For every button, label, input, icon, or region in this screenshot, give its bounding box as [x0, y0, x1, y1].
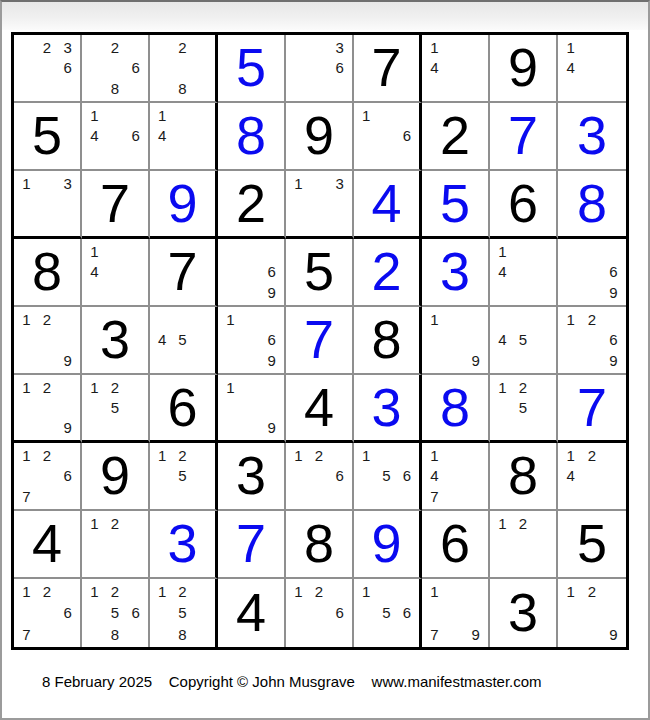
given-digit: 8 — [508, 448, 538, 502]
cell-r4c7[interactable]: 3 — [422, 239, 490, 307]
pencil-mark-5 — [105, 58, 126, 79]
pencil-mark-7 — [424, 78, 445, 99]
pencil-mark-8 — [376, 486, 396, 507]
pencil-mark-3 — [533, 241, 554, 262]
pencil-mark-9: 9 — [261, 350, 282, 371]
pencil-mark-8 — [309, 78, 330, 99]
pencil-mark-4 — [560, 262, 581, 283]
pencil-mark-4 — [220, 330, 241, 351]
pencil-mark-1: 1 — [492, 513, 513, 534]
pencil-mark-4 — [288, 602, 309, 623]
pencil-mark-9: 9 — [57, 418, 78, 438]
pencil-marks: 126 — [288, 445, 350, 507]
pencil-mark-2 — [376, 581, 396, 602]
pencil-mark-1: 1 — [16, 309, 37, 330]
pencil-mark-1: 1 — [288, 581, 309, 602]
pencil-mark-9 — [125, 146, 146, 167]
cell-r9c8[interactable]: 3 — [490, 579, 558, 647]
cell-r4c6[interactable]: 2 — [354, 239, 422, 307]
given-digit: 3 — [100, 312, 130, 366]
pencil-mark-2: 2 — [37, 309, 58, 330]
pencil-mark-6: 6 — [125, 58, 146, 79]
cell-r2c5[interactable]: 9 — [286, 103, 354, 171]
cell-r1c5[interactable]: 36 — [286, 35, 354, 103]
pencil-mark-6: 6 — [603, 330, 624, 351]
pencil-mark-6 — [465, 58, 486, 79]
cell-r1c2[interactable]: 268 — [82, 35, 150, 103]
pencil-mark-2: 2 — [37, 377, 58, 397]
pencil-mark-5 — [445, 58, 466, 79]
pencil-mark-1: 1 — [84, 513, 105, 534]
cell-r2c9[interactable]: 3 — [558, 103, 626, 171]
pencil-mark-5 — [581, 262, 602, 283]
cell-r3c3[interactable]: 9 — [150, 171, 218, 239]
pencil-mark-2 — [376, 445, 396, 466]
cell-r2c1[interactable]: 5 — [14, 103, 82, 171]
cell-r2c3[interactable]: 14 — [150, 103, 218, 171]
cell-r3c2[interactable]: 7 — [82, 171, 150, 239]
pencil-mark-9 — [329, 78, 350, 99]
pencil-marks: 36 — [288, 37, 350, 99]
footer-text: 8 February 2025 Copyright © John Musgrav… — [42, 673, 542, 690]
pencil-mark-2 — [513, 241, 534, 262]
cell-r1c1[interactable]: 236 — [14, 35, 82, 103]
pencil-mark-5 — [37, 330, 58, 351]
pencil-mark-5: 5 — [172, 466, 192, 487]
pencil-mark-8 — [376, 624, 396, 645]
pencil-mark-9 — [193, 486, 213, 507]
pencil-marks: 12 — [84, 513, 146, 575]
pencil-mark-1: 1 — [220, 309, 241, 330]
pencil-mark-1: 1 — [152, 581, 172, 602]
pencil-mark-9 — [533, 350, 554, 371]
cell-r5c8[interactable]: 45 — [490, 307, 558, 375]
pencil-mark-3 — [603, 445, 624, 466]
pencil-marks: 69 — [220, 241, 282, 303]
pencil-mark-2 — [445, 581, 466, 602]
pencil-mark-4 — [356, 602, 376, 623]
pencil-mark-1: 1 — [560, 445, 581, 466]
cell-r8c7[interactable]: 6 — [422, 511, 490, 579]
cell-r7c5[interactable]: 126 — [286, 443, 354, 511]
cell-r7c4[interactable]: 3 — [218, 443, 286, 511]
pencil-mark-6 — [57, 193, 78, 213]
pencil-mark-6: 6 — [57, 602, 78, 623]
cell-r6c5[interactable]: 4 — [286, 375, 354, 443]
pencil-mark-5 — [581, 58, 602, 79]
cell-r5c9[interactable]: 1269 — [558, 307, 626, 375]
pencil-mark-7 — [16, 214, 37, 234]
pencil-mark-3 — [533, 377, 554, 397]
pencil-mark-2 — [445, 37, 466, 58]
pencil-mark-1: 1 — [84, 105, 105, 126]
sudoku-grid: 2362682853671491451461489162731379213456… — [11, 32, 629, 650]
given-digit: 9 — [304, 108, 334, 162]
cell-r9c6[interactable]: 156 — [354, 579, 422, 647]
cell-r5c1[interactable]: 129 — [14, 307, 82, 375]
cell-r5c3[interactable]: 45 — [150, 307, 218, 375]
pencil-mark-7 — [220, 418, 241, 438]
pencil-mark-6 — [603, 58, 624, 79]
pencil-mark-3 — [125, 377, 146, 397]
cell-r1c4[interactable]: 5 — [218, 35, 286, 103]
solved-digit: 8 — [577, 176, 607, 230]
cell-r3c7[interactable]: 5 — [422, 171, 490, 239]
cell-r6c1[interactable]: 129 — [14, 375, 82, 443]
pencil-mark-2 — [172, 309, 192, 330]
pencil-mark-8 — [309, 214, 330, 234]
pencil-mark-1: 1 — [560, 37, 581, 58]
pencil-mark-6 — [465, 602, 486, 623]
pencil-mark-3 — [603, 37, 624, 58]
pencil-mark-9 — [603, 78, 624, 99]
pencil-mark-7 — [152, 486, 172, 507]
pencil-mark-8 — [513, 350, 534, 371]
pencil-mark-9 — [57, 486, 78, 507]
cell-r6c6[interactable]: 3 — [354, 375, 422, 443]
pencil-mark-5 — [105, 126, 126, 147]
cell-r1c6[interactable]: 7 — [354, 35, 422, 103]
cell-r7c9[interactable]: 124 — [558, 443, 626, 511]
cell-r4c1[interactable]: 8 — [14, 239, 82, 307]
pencil-mark-1: 1 — [16, 173, 37, 193]
cell-r1c3[interactable]: 28 — [150, 35, 218, 103]
cell-r4c3[interactable]: 7 — [150, 239, 218, 307]
solved-digit: 3 — [577, 108, 607, 162]
pencil-mark-1: 1 — [288, 173, 309, 193]
cell-r2c7[interactable]: 2 — [422, 103, 490, 171]
cell-r6c3[interactable]: 6 — [150, 375, 218, 443]
cell-r4c5[interactable]: 5 — [286, 239, 354, 307]
pencil-mark-9 — [57, 78, 78, 99]
pencil-mark-3: 3 — [329, 37, 350, 58]
pencil-mark-4 — [220, 397, 241, 417]
pencil-mark-3 — [465, 309, 486, 330]
pencil-mark-6: 6 — [57, 58, 78, 79]
pencil-mark-3 — [603, 309, 624, 330]
cell-r3c9[interactable]: 8 — [558, 171, 626, 239]
pencil-mark-2 — [309, 37, 330, 58]
cell-r8c6[interactable]: 9 — [354, 511, 422, 579]
pencil-mark-2: 2 — [105, 37, 126, 58]
pencil-mark-3 — [125, 581, 146, 602]
pencil-mark-5 — [105, 534, 126, 555]
cell-r6c9[interactable]: 7 — [558, 375, 626, 443]
cell-r3c8[interactable]: 6 — [490, 171, 558, 239]
given-digit: 9 — [508, 40, 538, 94]
pencil-mark-7 — [152, 350, 172, 371]
pencil-mark-2: 2 — [37, 37, 58, 58]
pencil-mark-2: 2 — [309, 581, 330, 602]
pencil-mark-2: 2 — [105, 377, 126, 397]
pencil-mark-5 — [445, 330, 466, 351]
pencil-marks: 129 — [16, 377, 78, 438]
pencil-mark-6: 6 — [125, 126, 146, 147]
pencil-marks: 169 — [220, 309, 282, 371]
cell-r6c8[interactable]: 125 — [490, 375, 558, 443]
cell-r1c8[interactable]: 9 — [490, 35, 558, 103]
solved-digit: 2 — [371, 244, 401, 298]
pencil-mark-2 — [376, 105, 396, 126]
pencil-marks: 14 — [152, 105, 213, 167]
pencil-mark-4 — [152, 58, 172, 79]
pencil-marks: 14 — [424, 37, 486, 99]
given-digit: 4 — [236, 585, 266, 639]
pencil-mark-3 — [57, 309, 78, 330]
pencil-mark-2: 2 — [513, 377, 534, 397]
pencil-mark-8: 8 — [172, 624, 192, 645]
pencil-mark-7 — [220, 282, 241, 303]
pencil-marks: 45 — [492, 309, 554, 371]
pencil-mark-4: 4 — [84, 262, 105, 283]
pencil-mark-6 — [193, 602, 213, 623]
cell-r8c1[interactable]: 4 — [14, 511, 82, 579]
pencil-mark-8 — [241, 350, 262, 371]
cell-r2c2[interactable]: 146 — [82, 103, 150, 171]
cell-r2c4[interactable]: 8 — [218, 103, 286, 171]
pencil-mark-5: 5 — [105, 602, 126, 623]
cell-r7c2[interactable]: 9 — [82, 443, 150, 511]
pencil-mark-7 — [288, 78, 309, 99]
pencil-marks: 1258 — [152, 581, 213, 645]
pencil-mark-8: 8 — [105, 78, 126, 99]
cell-r7c8[interactable]: 8 — [490, 443, 558, 511]
cell-r5c6[interactable]: 8 — [354, 307, 422, 375]
pencil-mark-5 — [309, 193, 330, 213]
pencil-mark-1: 1 — [84, 377, 105, 397]
pencil-mark-3 — [125, 105, 146, 126]
pencil-mark-3 — [261, 309, 282, 330]
pencil-mark-4 — [492, 397, 513, 417]
pencil-mark-7 — [84, 146, 105, 167]
pencil-mark-5 — [172, 58, 192, 79]
pencil-mark-6: 6 — [261, 262, 282, 283]
pencil-marks: 125 — [152, 445, 213, 507]
pencil-mark-9 — [125, 78, 146, 99]
cell-r8c3[interactable]: 3 — [150, 511, 218, 579]
solved-digit: 3 — [371, 380, 401, 434]
pencil-mark-4 — [288, 466, 309, 487]
pencil-mark-7 — [84, 78, 105, 99]
pencil-mark-1: 1 — [16, 445, 37, 466]
pencil-mark-6 — [193, 330, 213, 351]
pencil-mark-4 — [424, 602, 445, 623]
cell-r7c6[interactable]: 156 — [354, 443, 422, 511]
solved-digit: 7 — [577, 380, 607, 434]
pencil-mark-8 — [172, 350, 192, 371]
pencil-marks: 16 — [356, 105, 417, 167]
pencil-mark-6 — [603, 466, 624, 487]
cell-r9c1[interactable]: 1267 — [14, 579, 82, 647]
given-digit: 3 — [236, 448, 266, 502]
pencil-mark-5: 5 — [105, 397, 126, 417]
pencil-mark-2 — [581, 241, 602, 262]
pencil-mark-9: 9 — [261, 418, 282, 438]
pencil-mark-6: 6 — [603, 262, 624, 283]
pencil-mark-7 — [288, 486, 309, 507]
solved-digit: 7 — [236, 516, 266, 570]
cell-r1c9[interactable]: 14 — [558, 35, 626, 103]
pencil-mark-5: 5 — [172, 602, 192, 623]
cell-r3c4[interactable]: 2 — [218, 171, 286, 239]
cell-r8c8[interactable]: 12 — [490, 511, 558, 579]
cell-r4c2[interactable]: 14 — [82, 239, 150, 307]
pencil-marks: 268 — [84, 37, 146, 99]
pencil-mark-1: 1 — [356, 445, 376, 466]
pencil-mark-8 — [37, 78, 58, 99]
pencil-mark-1: 1 — [356, 581, 376, 602]
cell-r6c7[interactable]: 8 — [422, 375, 490, 443]
pencil-mark-8 — [172, 146, 192, 167]
cell-r9c7[interactable]: 179 — [422, 579, 490, 647]
pencil-mark-7 — [16, 418, 37, 438]
cell-r3c5[interactable]: 13 — [286, 171, 354, 239]
cell-r7c3[interactable]: 125 — [150, 443, 218, 511]
pencil-mark-4 — [152, 466, 172, 487]
pencil-mark-2 — [241, 377, 262, 397]
pencil-mark-6 — [533, 330, 554, 351]
pencil-mark-6 — [193, 58, 213, 79]
pencil-mark-9 — [193, 624, 213, 645]
pencil-mark-3 — [465, 37, 486, 58]
pencil-marks: 125 — [492, 377, 554, 438]
pencil-mark-6: 6 — [397, 126, 417, 147]
pencil-mark-3 — [603, 581, 624, 602]
pencil-mark-4: 4 — [152, 330, 172, 351]
cell-r6c4[interactable]: 19 — [218, 375, 286, 443]
pencil-mark-4 — [16, 58, 37, 79]
pencil-mark-5 — [37, 193, 58, 213]
pencil-mark-4: 4 — [152, 126, 172, 147]
pencil-marks: 126 — [288, 581, 350, 645]
pencil-mark-7 — [288, 624, 309, 645]
cell-r2c8[interactable]: 7 — [490, 103, 558, 171]
pencil-mark-7 — [84, 418, 105, 438]
pencil-mark-6: 6 — [329, 58, 350, 79]
cell-r3c1[interactable]: 13 — [14, 171, 82, 239]
cell-r6c2[interactable]: 125 — [82, 375, 150, 443]
pencil-mark-9: 9 — [603, 624, 624, 645]
cell-r5c2[interactable]: 3 — [82, 307, 150, 375]
cell-r9c3[interactable]: 1258 — [150, 579, 218, 647]
pencil-mark-5 — [37, 466, 58, 487]
title-bar[interactable] — [2, 2, 648, 30]
pencil-mark-2: 2 — [105, 581, 126, 602]
cell-r8c9[interactable]: 5 — [558, 511, 626, 579]
cell-r1c7[interactable]: 14 — [422, 35, 490, 103]
cell-r3c6[interactable]: 4 — [354, 171, 422, 239]
pencil-mark-6: 6 — [329, 466, 350, 487]
cell-r7c1[interactable]: 1267 — [14, 443, 82, 511]
pencil-mark-1: 1 — [492, 377, 513, 397]
pencil-mark-8 — [37, 418, 58, 438]
pencil-mark-9 — [397, 146, 417, 167]
pencil-mark-9 — [193, 350, 213, 371]
pencil-mark-4 — [84, 58, 105, 79]
pencil-mark-7 — [84, 624, 105, 645]
pencil-mark-3 — [533, 309, 554, 330]
pencil-mark-6 — [533, 534, 554, 555]
solved-digit: 8 — [440, 380, 470, 434]
pencil-mark-8 — [241, 282, 262, 303]
cell-r8c5[interactable]: 8 — [286, 511, 354, 579]
pencil-mark-1: 1 — [424, 445, 445, 466]
pencil-mark-3 — [397, 445, 417, 466]
pencil-mark-3 — [329, 445, 350, 466]
pencil-marks: 12 — [492, 513, 554, 575]
solved-digit: 7 — [508, 108, 538, 162]
pencil-mark-7: 7 — [16, 486, 37, 507]
pencil-mark-6 — [57, 330, 78, 351]
cell-r4c4[interactable]: 69 — [218, 239, 286, 307]
cell-r4c9[interactable]: 69 — [558, 239, 626, 307]
pencil-mark-2: 2 — [172, 37, 192, 58]
pencil-mark-6: 6 — [329, 602, 350, 623]
cell-r5c4[interactable]: 169 — [218, 307, 286, 375]
pencil-mark-7: 7 — [424, 624, 445, 645]
pencil-mark-5 — [581, 330, 602, 351]
cell-r5c5[interactable]: 7 — [286, 307, 354, 375]
cell-r5c7[interactable]: 19 — [422, 307, 490, 375]
pencil-mark-6 — [603, 602, 624, 623]
pencil-mark-5 — [37, 602, 58, 623]
pencil-mark-7 — [560, 624, 581, 645]
cell-r7c7[interactable]: 147 — [422, 443, 490, 511]
app-window: 2362682853671491451461489162731379213456… — [0, 0, 650, 720]
given-digit: 6 — [167, 380, 197, 434]
pencil-mark-4: 4 — [84, 126, 105, 147]
pencil-mark-1: 1 — [152, 105, 172, 126]
cell-r9c9[interactable]: 129 — [558, 579, 626, 647]
pencil-marks: 147 — [424, 445, 486, 507]
solved-digit: 4 — [371, 176, 401, 230]
pencil-mark-9: 9 — [57, 350, 78, 371]
pencil-marks: 156 — [356, 581, 417, 645]
pencil-mark-3 — [397, 581, 417, 602]
pencil-mark-3 — [397, 105, 417, 126]
pencil-mark-3 — [57, 581, 78, 602]
pencil-mark-6: 6 — [125, 602, 146, 623]
cell-r9c2[interactable]: 12568 — [82, 579, 150, 647]
pencil-mark-6 — [125, 262, 146, 283]
cell-r2c6[interactable]: 16 — [354, 103, 422, 171]
pencil-mark-4 — [288, 193, 309, 213]
pencil-mark-5 — [309, 602, 330, 623]
pencil-mark-7 — [492, 418, 513, 438]
pencil-mark-9: 9 — [603, 282, 624, 303]
cell-r8c4[interactable]: 7 — [218, 511, 286, 579]
pencil-mark-4 — [84, 602, 105, 623]
pencil-mark-4: 4 — [560, 58, 581, 79]
given-digit: 2 — [440, 108, 470, 162]
pencil-mark-4 — [84, 397, 105, 417]
cell-r9c4[interactable]: 4 — [218, 579, 286, 647]
pencil-mark-9 — [465, 486, 486, 507]
pencil-mark-8 — [513, 282, 534, 303]
pencil-mark-1 — [288, 37, 309, 58]
pencil-mark-3 — [57, 445, 78, 466]
cell-r9c5[interactable]: 126 — [286, 579, 354, 647]
cell-r8c2[interactable]: 12 — [82, 511, 150, 579]
pencil-mark-3 — [57, 377, 78, 397]
pencil-marks: 19 — [424, 309, 486, 371]
pencil-mark-5: 5 — [513, 397, 534, 417]
given-digit: 8 — [371, 312, 401, 366]
pencil-marks: 124 — [560, 445, 624, 507]
given-digit: 6 — [508, 176, 538, 230]
pencil-mark-7 — [16, 350, 37, 371]
cell-r4c8[interactable]: 14 — [490, 239, 558, 307]
